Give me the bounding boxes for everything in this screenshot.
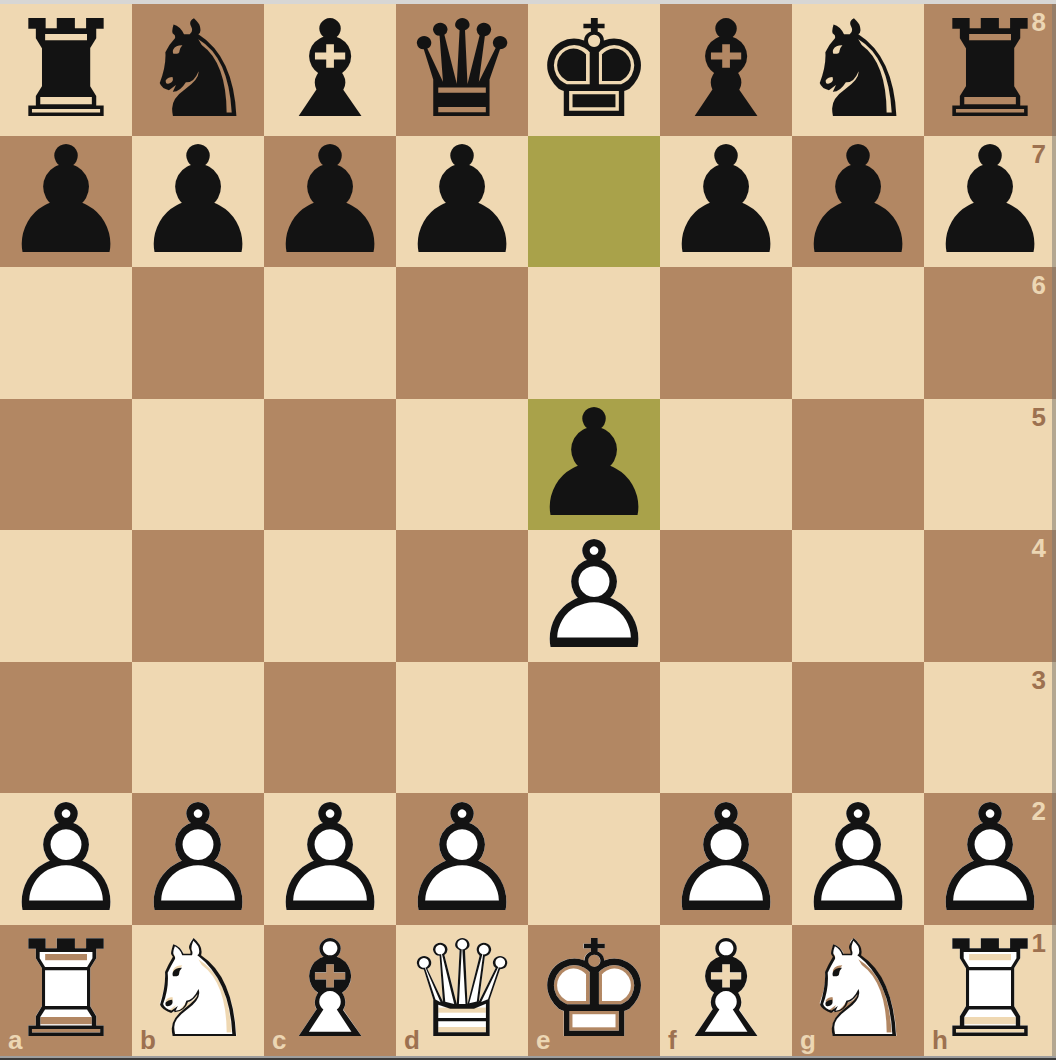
square-f2[interactable]: ♟♙: [660, 793, 792, 925]
square-e5[interactable]: ♟: [528, 399, 660, 531]
file-label-e: e: [536, 1027, 550, 1053]
rank-label-8: 8: [1032, 9, 1046, 35]
square-h5[interactable]: 5: [924, 399, 1056, 531]
square-f4[interactable]: [660, 530, 792, 662]
square-a5[interactable]: [0, 399, 132, 531]
file-label-f: f: [668, 1027, 677, 1053]
square-c1[interactable]: ♝♗c: [264, 925, 396, 1057]
square-g8[interactable]: ♞: [792, 4, 924, 136]
square-f6[interactable]: [660, 267, 792, 399]
rank-label-6: 6: [1032, 272, 1046, 298]
piece-black-rook-a8[interactable]: ♜: [0, 4, 132, 136]
file-label-d: d: [404, 1027, 420, 1053]
square-b5[interactable]: [132, 399, 264, 531]
piece-white-bishop-f1[interactable]: ♝♗: [660, 925, 792, 1057]
square-c7[interactable]: ♟: [264, 136, 396, 268]
square-e6[interactable]: [528, 267, 660, 399]
square-f7[interactable]: ♟: [660, 136, 792, 268]
window-edge-right-scrollbar: [1052, 4, 1056, 1056]
square-g4[interactable]: [792, 530, 924, 662]
file-label-c: c: [272, 1027, 286, 1053]
piece-white-pawn-g2[interactable]: ♟♙: [792, 793, 924, 925]
chess-board: ♜♞♝♛♚♝♞♜8♟♟♟♟♟♟♟76♟5♟♙43♟♙♟♙♟♙♟♙♟♙♟♙♟♙2♜…: [0, 4, 1056, 1056]
rank-label-7: 7: [1032, 141, 1046, 167]
square-h1[interactable]: ♜♖1h: [924, 925, 1056, 1057]
file-label-a: a: [8, 1027, 22, 1053]
square-h4[interactable]: 4: [924, 530, 1056, 662]
square-d6[interactable]: [396, 267, 528, 399]
square-a7[interactable]: ♟: [0, 136, 132, 268]
square-f1[interactable]: ♝♗f: [660, 925, 792, 1057]
piece-black-pawn-b7[interactable]: ♟: [132, 136, 264, 268]
square-c5[interactable]: [264, 399, 396, 531]
piece-white-pawn-c2[interactable]: ♟♙: [264, 793, 396, 925]
square-a3[interactable]: [0, 662, 132, 794]
square-b2[interactable]: ♟♙: [132, 793, 264, 925]
piece-white-pawn-a2[interactable]: ♟♙: [0, 793, 132, 925]
window-edge-bottom: [0, 1056, 1056, 1060]
square-e3[interactable]: [528, 662, 660, 794]
square-e2[interactable]: [528, 793, 660, 925]
square-h2[interactable]: ♟♙2: [924, 793, 1056, 925]
rank-label-3: 3: [1032, 667, 1046, 693]
square-e1[interactable]: ♚♔e: [528, 925, 660, 1057]
square-a6[interactable]: [0, 267, 132, 399]
piece-black-knight-b8[interactable]: ♞: [132, 4, 264, 136]
square-f5[interactable]: [660, 399, 792, 531]
rank-label-4: 4: [1032, 535, 1046, 561]
piece-black-pawn-d7[interactable]: ♟: [396, 136, 528, 268]
rank-label-5: 5: [1032, 404, 1046, 430]
piece-white-pawn-b2[interactable]: ♟♙: [132, 793, 264, 925]
piece-black-pawn-g7[interactable]: ♟: [792, 136, 924, 268]
piece-black-pawn-a7[interactable]: ♟: [0, 136, 132, 268]
square-a2[interactable]: ♟♙: [0, 793, 132, 925]
square-e4[interactable]: ♟♙: [528, 530, 660, 662]
square-g7[interactable]: ♟: [792, 136, 924, 268]
square-a8[interactable]: ♜: [0, 4, 132, 136]
piece-black-pawn-c7[interactable]: ♟: [264, 136, 396, 268]
piece-black-bishop-f8[interactable]: ♝: [660, 4, 792, 136]
square-d8[interactable]: ♛: [396, 4, 528, 136]
square-f8[interactable]: ♝: [660, 4, 792, 136]
square-c4[interactable]: [264, 530, 396, 662]
rank-label-1: 1: [1032, 930, 1046, 956]
piece-black-king-e8[interactable]: ♚: [528, 4, 660, 136]
piece-black-queen-d8[interactable]: ♛: [396, 4, 528, 136]
window-edge-top: [0, 0, 1056, 4]
piece-black-bishop-c8[interactable]: ♝: [264, 4, 396, 136]
square-b3[interactable]: [132, 662, 264, 794]
square-b6[interactable]: [132, 267, 264, 399]
square-a1[interactable]: ♜♖a: [0, 925, 132, 1057]
square-c2[interactable]: ♟♙: [264, 793, 396, 925]
square-g2[interactable]: ♟♙: [792, 793, 924, 925]
rank-label-2: 2: [1032, 798, 1046, 824]
square-c3[interactable]: [264, 662, 396, 794]
square-b8[interactable]: ♞: [132, 4, 264, 136]
square-f3[interactable]: [660, 662, 792, 794]
square-h6[interactable]: 6: [924, 267, 1056, 399]
piece-white-pawn-d2[interactable]: ♟♙: [396, 793, 528, 925]
square-g5[interactable]: [792, 399, 924, 531]
piece-white-pawn-f2[interactable]: ♟♙: [660, 793, 792, 925]
square-d3[interactable]: [396, 662, 528, 794]
file-label-h: h: [932, 1027, 948, 1053]
square-d4[interactable]: [396, 530, 528, 662]
square-h7[interactable]: ♟7: [924, 136, 1056, 268]
square-d2[interactable]: ♟♙: [396, 793, 528, 925]
piece-black-pawn-f7[interactable]: ♟: [660, 136, 792, 268]
square-c6[interactable]: [264, 267, 396, 399]
piece-white-pawn-e4[interactable]: ♟♙: [528, 530, 660, 662]
file-label-g: g: [800, 1027, 816, 1053]
square-g1[interactable]: ♞♘g: [792, 925, 924, 1057]
square-b4[interactable]: [132, 530, 264, 662]
square-g3[interactable]: [792, 662, 924, 794]
square-b1[interactable]: ♞♘b: [132, 925, 264, 1057]
square-d1[interactable]: ♛♕d: [396, 925, 528, 1057]
square-g6[interactable]: [792, 267, 924, 399]
square-c8[interactable]: ♝: [264, 4, 396, 136]
file-label-b: b: [140, 1027, 156, 1053]
piece-black-knight-g8[interactable]: ♞: [792, 4, 924, 136]
square-e7[interactable]: [528, 136, 660, 268]
square-e8[interactable]: ♚: [528, 4, 660, 136]
square-h8[interactable]: ♜8: [924, 4, 1056, 136]
square-d5[interactable]: [396, 399, 528, 531]
square-a4[interactable]: [0, 530, 132, 662]
square-d7[interactable]: ♟: [396, 136, 528, 268]
square-h3[interactable]: 3: [924, 662, 1056, 794]
square-b7[interactable]: ♟: [132, 136, 264, 268]
piece-black-pawn-e5[interactable]: ♟: [528, 399, 660, 531]
